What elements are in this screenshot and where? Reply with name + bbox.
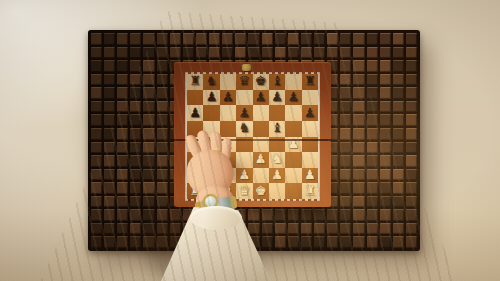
table-block <box>367 47 378 59</box>
table-block <box>380 101 391 113</box>
table-block <box>380 33 391 45</box>
overhead-chess-photo: ♜♞♛♚♝♜♟♟♟♟♟♟♟♟♞♝♝♟♟♞♟♟♟♟♟♟♜♞♝♛♚♜ <box>0 0 500 281</box>
table-block <box>104 47 115 59</box>
table-block <box>380 60 391 72</box>
table-block <box>380 74 391 86</box>
table-block <box>104 33 115 45</box>
table-block <box>104 74 115 86</box>
table-block <box>130 47 141 59</box>
table-block <box>91 128 102 140</box>
table-block <box>367 60 378 72</box>
table-block <box>406 101 417 113</box>
table-block <box>367 33 378 45</box>
table-block <box>91 60 102 72</box>
table-block <box>393 33 404 45</box>
sleeve-folds <box>0 0 500 281</box>
table-block <box>117 33 128 45</box>
table-block <box>380 47 391 59</box>
table-block <box>406 114 417 126</box>
table-block <box>91 87 102 99</box>
table-block <box>406 128 417 140</box>
table-block <box>91 47 102 59</box>
table-block <box>393 74 404 86</box>
table-block <box>393 114 404 126</box>
table-block <box>353 47 364 59</box>
table-block <box>406 155 417 167</box>
table-block <box>367 74 378 86</box>
table-block <box>393 60 404 72</box>
table-block <box>117 60 128 72</box>
table-block <box>393 101 404 113</box>
table-block <box>117 47 128 59</box>
table-block <box>393 87 404 99</box>
table-block <box>91 114 102 126</box>
table-block <box>393 47 404 59</box>
table-block <box>406 87 417 99</box>
table-block <box>406 60 417 72</box>
table-block <box>91 33 102 45</box>
table-block <box>353 33 364 45</box>
table-block <box>91 74 102 86</box>
table-block <box>393 128 404 140</box>
table-block <box>104 101 115 113</box>
table-block <box>406 47 417 59</box>
table-block <box>117 74 128 86</box>
table-block <box>380 87 391 99</box>
table-block <box>104 60 115 72</box>
table-block <box>406 142 417 154</box>
table-block <box>406 33 417 45</box>
table-block <box>130 33 141 45</box>
table-block <box>406 74 417 86</box>
table-block <box>91 101 102 113</box>
table-block <box>104 87 115 99</box>
sleeve-cuff <box>190 206 242 230</box>
